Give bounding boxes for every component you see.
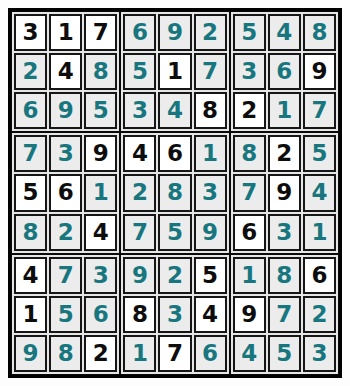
cell-r3c5[interactable]: 4 [158, 92, 191, 129]
box-4: 739561824 [11, 132, 120, 253]
cell-r5c3[interactable]: 1 [84, 174, 117, 211]
cell-r3c7[interactable]: 2 [233, 92, 266, 129]
cell-r2c8[interactable]: 6 [268, 53, 301, 90]
box-6: 825794631 [230, 132, 339, 253]
cell-r5c2[interactable]: 6 [49, 174, 82, 211]
cell-r1c4[interactable]: 6 [123, 14, 156, 51]
cell-r2c4[interactable]: 5 [123, 53, 156, 90]
cell-r8c3[interactable]: 6 [84, 296, 117, 333]
cell-r3c2[interactable]: 9 [49, 92, 82, 129]
cell-r6c1[interactable]: 8 [14, 214, 47, 251]
sudoku-page: 3172486956925173485483692177395618244612… [0, 0, 350, 386]
cell-r8c8[interactable]: 7 [268, 296, 301, 333]
box-9: 186972453 [230, 254, 339, 375]
cell-r9c2[interactable]: 8 [49, 335, 82, 372]
cell-r9c7[interactable]: 4 [233, 335, 266, 372]
cell-r1c7[interactable]: 5 [233, 14, 266, 51]
cell-r7c7[interactable]: 1 [233, 257, 266, 294]
cell-r7c6[interactable]: 5 [194, 257, 227, 294]
cell-r2c3[interactable]: 8 [84, 53, 117, 90]
cell-r1c8[interactable]: 4 [268, 14, 301, 51]
cell-r2c2[interactable]: 4 [49, 53, 82, 90]
cell-r1c1[interactable]: 3 [14, 14, 47, 51]
cell-r7c5[interactable]: 2 [158, 257, 191, 294]
cell-r2c1[interactable]: 2 [14, 53, 47, 90]
cell-r8c9[interactable]: 2 [303, 296, 336, 333]
cell-r9c6[interactable]: 6 [194, 335, 227, 372]
cell-r3c1[interactable]: 6 [14, 92, 47, 129]
box-7: 473156982 [11, 254, 120, 375]
cell-r1c3[interactable]: 7 [84, 14, 117, 51]
cell-r8c6[interactable]: 4 [194, 296, 227, 333]
cell-r8c1[interactable]: 1 [14, 296, 47, 333]
cell-r4c6[interactable]: 1 [194, 135, 227, 172]
cell-r5c1[interactable]: 5 [14, 174, 47, 211]
cell-r6c2[interactable]: 2 [49, 214, 82, 251]
cell-r3c4[interactable]: 3 [123, 92, 156, 129]
box-5: 461283759 [120, 132, 229, 253]
cell-r5c8[interactable]: 9 [268, 174, 301, 211]
cell-r9c3[interactable]: 2 [84, 335, 117, 372]
cell-r4c8[interactable]: 2 [268, 135, 301, 172]
cell-r6c8[interactable]: 3 [268, 214, 301, 251]
cell-r4c9[interactable]: 5 [303, 135, 336, 172]
cell-r6c3[interactable]: 4 [84, 214, 117, 251]
cell-r2c5[interactable]: 1 [158, 53, 191, 90]
cell-r4c3[interactable]: 9 [84, 135, 117, 172]
cell-r9c5[interactable]: 7 [158, 335, 191, 372]
cell-r6c6[interactable]: 9 [194, 214, 227, 251]
cell-r2c6[interactable]: 7 [194, 53, 227, 90]
cell-r4c1[interactable]: 7 [14, 135, 47, 172]
cell-r1c6[interactable]: 2 [194, 14, 227, 51]
cell-r5c9[interactable]: 4 [303, 174, 336, 211]
box-2: 692517348 [120, 11, 229, 132]
cell-r1c9[interactable]: 8 [303, 14, 336, 51]
cell-r4c2[interactable]: 3 [49, 135, 82, 172]
box-8: 925834176 [120, 254, 229, 375]
cell-r4c4[interactable]: 4 [123, 135, 156, 172]
cell-r7c2[interactable]: 7 [49, 257, 82, 294]
cell-r8c7[interactable]: 9 [233, 296, 266, 333]
cell-r3c9[interactable]: 7 [303, 92, 336, 129]
cell-r5c7[interactable]: 7 [233, 174, 266, 211]
cell-r9c4[interactable]: 1 [123, 335, 156, 372]
sudoku-board: 3172486956925173485483692177395618244612… [8, 8, 342, 378]
cell-r4c5[interactable]: 6 [158, 135, 191, 172]
cell-r7c3[interactable]: 3 [84, 257, 117, 294]
cell-r3c6[interactable]: 8 [194, 92, 227, 129]
cell-r1c2[interactable]: 1 [49, 14, 82, 51]
cell-r9c8[interactable]: 5 [268, 335, 301, 372]
cell-r3c3[interactable]: 5 [84, 92, 117, 129]
cell-r2c9[interactable]: 9 [303, 53, 336, 90]
cell-r7c1[interactable]: 4 [14, 257, 47, 294]
box-3: 548369217 [230, 11, 339, 132]
cell-r9c9[interactable]: 3 [303, 335, 336, 372]
cell-r6c7[interactable]: 6 [233, 214, 266, 251]
cell-r7c4[interactable]: 9 [123, 257, 156, 294]
cell-r8c5[interactable]: 3 [158, 296, 191, 333]
cell-r3c8[interactable]: 1 [268, 92, 301, 129]
cell-r2c7[interactable]: 3 [233, 53, 266, 90]
cell-r5c4[interactable]: 2 [123, 174, 156, 211]
cell-r4c7[interactable]: 8 [233, 135, 266, 172]
cell-r8c4[interactable]: 8 [123, 296, 156, 333]
cell-r7c8[interactable]: 8 [268, 257, 301, 294]
cell-r9c1[interactable]: 9 [14, 335, 47, 372]
cell-r5c6[interactable]: 3 [194, 174, 227, 211]
cell-r6c4[interactable]: 7 [123, 214, 156, 251]
box-1: 317248695 [11, 11, 120, 132]
cell-r8c2[interactable]: 5 [49, 296, 82, 333]
cell-r1c5[interactable]: 9 [158, 14, 191, 51]
cell-r6c9[interactable]: 1 [303, 214, 336, 251]
cell-r7c9[interactable]: 6 [303, 257, 336, 294]
cell-r6c5[interactable]: 5 [158, 214, 191, 251]
cell-r5c5[interactable]: 8 [158, 174, 191, 211]
